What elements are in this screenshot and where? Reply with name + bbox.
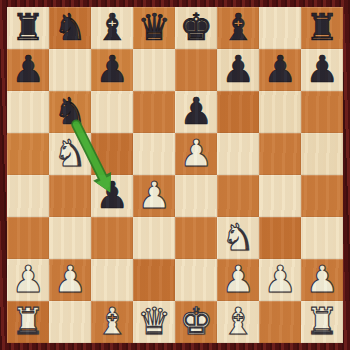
square-g7[interactable]: ♟ (259, 49, 301, 91)
square-a5[interactable] (7, 133, 49, 175)
square-b2[interactable]: ♟ (49, 259, 91, 301)
square-e6[interactable]: ♟ (175, 91, 217, 133)
piece-black-pawn[interactable]: ♟ (221, 51, 254, 88)
square-d4[interactable]: ♟ (133, 175, 175, 217)
piece-black-queen[interactable]: ♛ (137, 9, 170, 46)
square-f2[interactable]: ♟ (217, 259, 259, 301)
square-g8[interactable] (259, 7, 301, 49)
square-a6[interactable] (7, 91, 49, 133)
square-h1[interactable]: ♜ (301, 301, 343, 343)
square-d5[interactable] (133, 133, 175, 175)
square-d8[interactable]: ♛ (133, 7, 175, 49)
piece-white-bishop[interactable]: ♝ (221, 303, 254, 340)
piece-white-bishop[interactable]: ♝ (95, 303, 128, 340)
square-e1[interactable]: ♚ (175, 301, 217, 343)
square-c7[interactable]: ♟ (91, 49, 133, 91)
piece-black-pawn[interactable]: ♟ (263, 51, 296, 88)
square-c2[interactable] (91, 259, 133, 301)
square-h3[interactable] (301, 217, 343, 259)
square-g5[interactable] (259, 133, 301, 175)
square-a3[interactable] (7, 217, 49, 259)
square-b5[interactable]: ♞ (49, 133, 91, 175)
square-d1[interactable]: ♛ (133, 301, 175, 343)
square-f7[interactable]: ♟ (217, 49, 259, 91)
piece-white-rook[interactable]: ♜ (305, 303, 338, 340)
square-e3[interactable] (175, 217, 217, 259)
piece-black-king[interactable]: ♚ (179, 9, 212, 46)
piece-black-pawn[interactable]: ♟ (95, 51, 128, 88)
square-e7[interactable] (175, 49, 217, 91)
square-f5[interactable] (217, 133, 259, 175)
square-h8[interactable]: ♜ (301, 7, 343, 49)
piece-black-pawn[interactable]: ♟ (179, 93, 212, 130)
square-f6[interactable] (217, 91, 259, 133)
piece-white-king[interactable]: ♚ (179, 303, 212, 340)
square-c3[interactable] (91, 217, 133, 259)
piece-black-knight[interactable]: ♞ (53, 93, 86, 130)
square-h5[interactable] (301, 133, 343, 175)
piece-black-bishop[interactable]: ♝ (221, 9, 254, 46)
piece-white-pawn[interactable]: ♟ (179, 135, 212, 172)
square-g2[interactable]: ♟ (259, 259, 301, 301)
square-f1[interactable]: ♝ (217, 301, 259, 343)
square-e5[interactable]: ♟ (175, 133, 217, 175)
square-a1[interactable]: ♜ (7, 301, 49, 343)
square-g3[interactable] (259, 217, 301, 259)
piece-white-knight[interactable]: ♞ (221, 219, 254, 256)
square-c6[interactable] (91, 91, 133, 133)
piece-black-rook[interactable]: ♜ (11, 9, 44, 46)
piece-white-pawn[interactable]: ♟ (137, 177, 170, 214)
square-b8[interactable]: ♞ (49, 7, 91, 49)
piece-black-rook[interactable]: ♜ (305, 9, 338, 46)
square-g6[interactable] (259, 91, 301, 133)
square-b4[interactable] (49, 175, 91, 217)
piece-white-rook[interactable]: ♜ (11, 303, 44, 340)
square-c5[interactable] (91, 133, 133, 175)
square-g1[interactable] (259, 301, 301, 343)
square-f3[interactable]: ♞ (217, 217, 259, 259)
piece-white-pawn[interactable]: ♟ (263, 261, 296, 298)
piece-black-pawn[interactable]: ♟ (305, 51, 338, 88)
square-b1[interactable] (49, 301, 91, 343)
chess-board: ♜♞♝♛♚♝♜♟♟♟♟♟♞♟♞♟♟♟♞♟♟♟♟♟♜♝♛♚♝♜ (7, 7, 343, 343)
piece-white-knight[interactable]: ♞ (53, 135, 86, 172)
square-d3[interactable] (133, 217, 175, 259)
square-c1[interactable]: ♝ (91, 301, 133, 343)
piece-white-pawn[interactable]: ♟ (11, 261, 44, 298)
square-h4[interactable] (301, 175, 343, 217)
square-h6[interactable] (301, 91, 343, 133)
square-c4[interactable]: ♟ (91, 175, 133, 217)
square-a2[interactable]: ♟ (7, 259, 49, 301)
square-f4[interactable] (217, 175, 259, 217)
piece-black-pawn[interactable]: ♟ (95, 177, 128, 214)
piece-black-bishop[interactable]: ♝ (95, 9, 128, 46)
square-a4[interactable] (7, 175, 49, 217)
square-b3[interactable] (49, 217, 91, 259)
square-a8[interactable]: ♜ (7, 7, 49, 49)
piece-black-knight[interactable]: ♞ (53, 9, 86, 46)
square-f8[interactable]: ♝ (217, 7, 259, 49)
square-a7[interactable]: ♟ (7, 49, 49, 91)
square-b7[interactable] (49, 49, 91, 91)
square-d6[interactable] (133, 91, 175, 133)
square-e8[interactable]: ♚ (175, 7, 217, 49)
square-d2[interactable] (133, 259, 175, 301)
piece-black-pawn[interactable]: ♟ (11, 51, 44, 88)
square-b6[interactable]: ♞ (49, 91, 91, 133)
piece-white-pawn[interactable]: ♟ (53, 261, 86, 298)
square-d7[interactable] (133, 49, 175, 91)
piece-white-queen[interactable]: ♛ (137, 303, 170, 340)
board-frame: ♜♞♝♛♚♝♜♟♟♟♟♟♞♟♞♟♟♟♞♟♟♟♟♟♜♝♛♚♝♜ (0, 0, 350, 350)
square-h2[interactable]: ♟ (301, 259, 343, 301)
square-h7[interactable]: ♟ (301, 49, 343, 91)
square-e2[interactable] (175, 259, 217, 301)
piece-white-pawn[interactable]: ♟ (305, 261, 338, 298)
square-c8[interactable]: ♝ (91, 7, 133, 49)
square-g4[interactable] (259, 175, 301, 217)
square-e4[interactable] (175, 175, 217, 217)
piece-white-pawn[interactable]: ♟ (221, 261, 254, 298)
